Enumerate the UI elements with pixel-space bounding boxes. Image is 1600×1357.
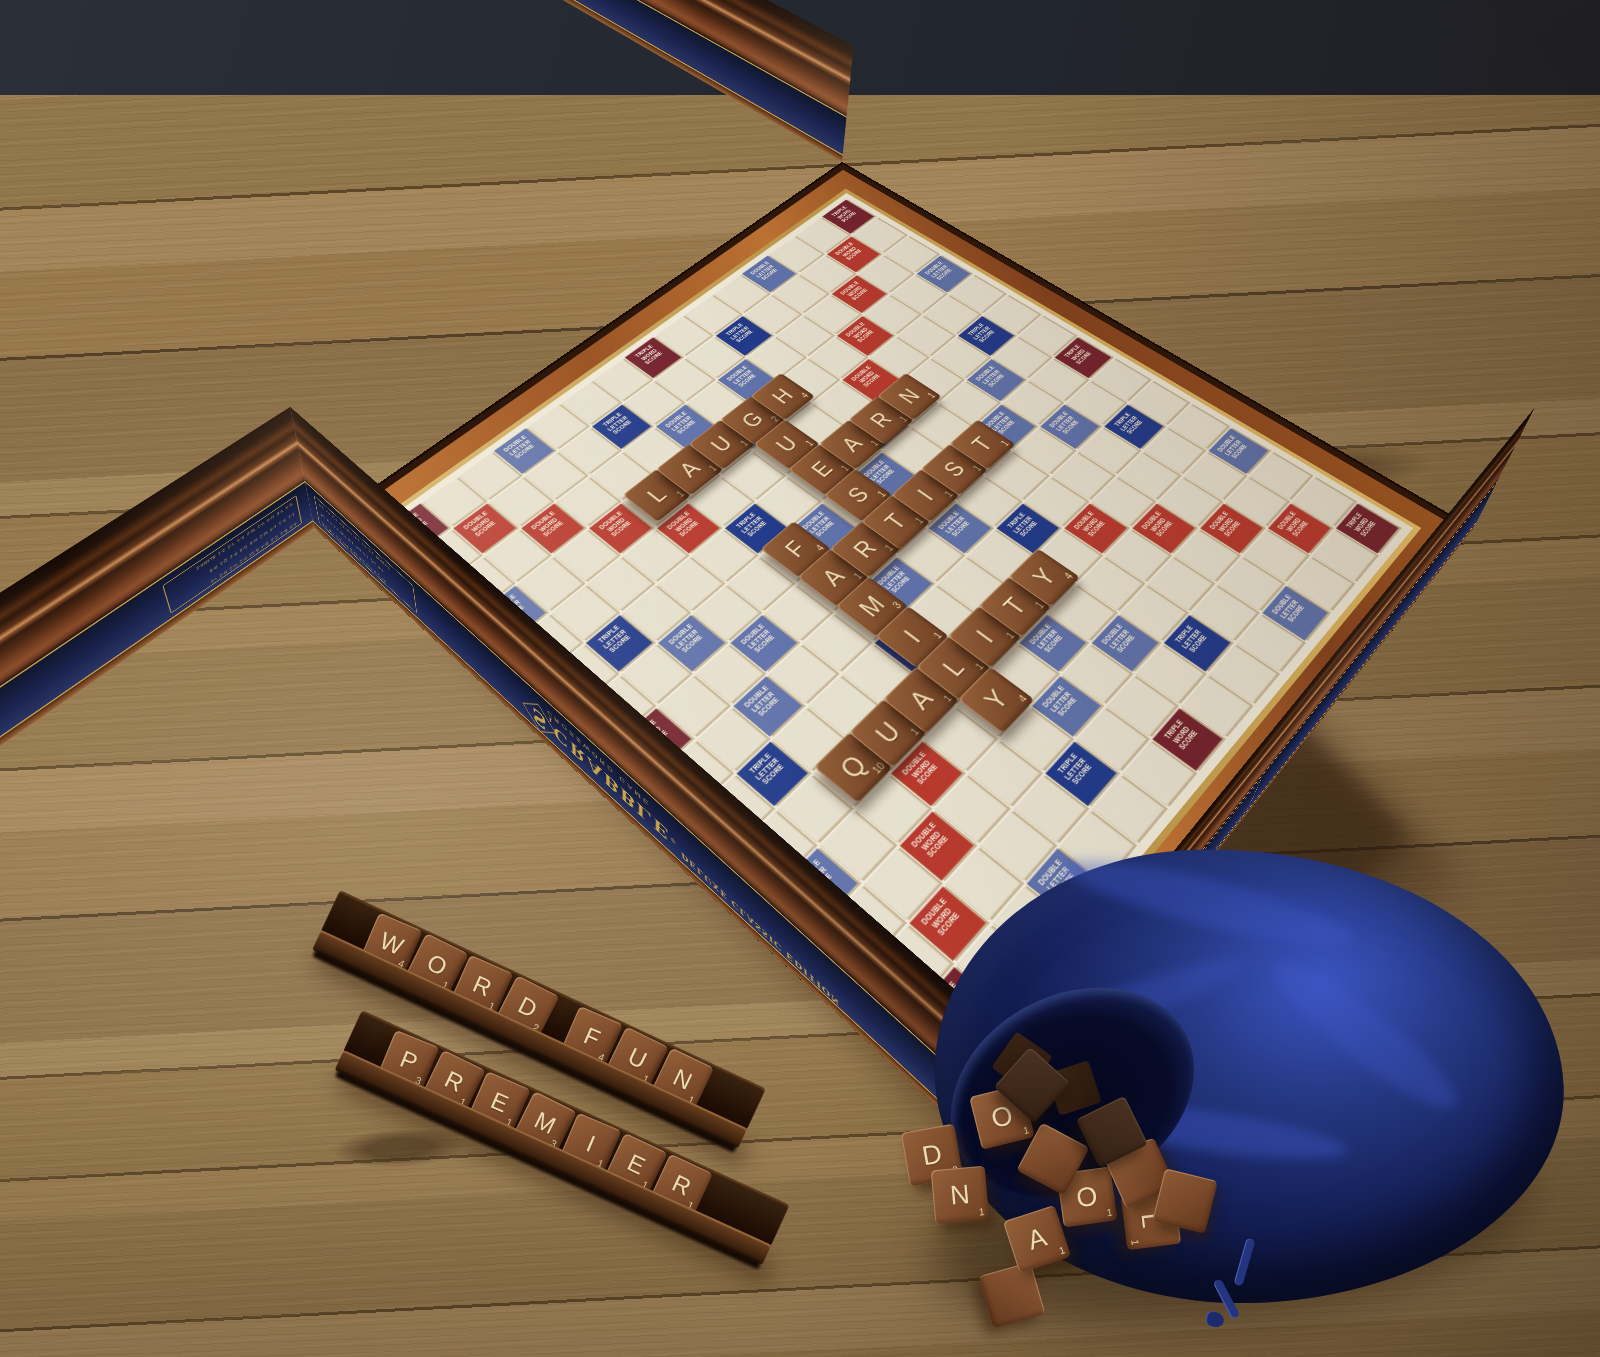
tile-point-value: 1 [979, 1207, 985, 1217]
tile-letter: D [920, 1140, 944, 1170]
tile-point-value: 1 [1129, 1239, 1140, 1246]
tile-bag-zone: O1D2N1A1O1L1 [0, 0, 1600, 1357]
tile-letter: A [1024, 1223, 1049, 1254]
tile-letter: N [949, 1181, 971, 1210]
tile-letter: O [1075, 1182, 1100, 1212]
spilled-tiles: O1D2N1A1O1L1 [0, 0, 1600, 1357]
spilled-tile-A[interactable]: A1 [1003, 1205, 1071, 1273]
tile-point-value: 1 [1022, 1125, 1030, 1136]
photo-scene: A-9 B-2 C-2 D-4 E-12 F-2 G-3 H-2 I-9 J-1… [0, 0, 1600, 1357]
tile-point-value: 1 [1106, 1208, 1113, 1219]
tile-point-value: 1 [1058, 1245, 1066, 1256]
spilled-tile-N[interactable]: N1 [931, 1166, 990, 1225]
tile-letter: O [989, 1101, 1016, 1132]
